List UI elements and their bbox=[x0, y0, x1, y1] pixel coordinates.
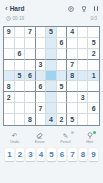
sudoku-cell-r5c7[interactable]: 8 bbox=[67, 71, 78, 82]
pencil-mode-badge bbox=[71, 131, 74, 134]
numpad-key-1[interactable]: 1 bbox=[5, 148, 14, 161]
sudoku-cell-r4c2[interactable] bbox=[15, 60, 26, 71]
sudoku-cell-r9c4[interactable] bbox=[36, 114, 47, 125]
sudoku-cell-r1c4[interactable] bbox=[36, 27, 47, 38]
sudoku-cell-r2c4[interactable] bbox=[36, 38, 47, 49]
sudoku-cell-r2c5[interactable] bbox=[46, 38, 57, 49]
sudoku-cell-r1c9[interactable] bbox=[88, 27, 99, 38]
sudoku-cell-r6c5[interactable] bbox=[46, 81, 57, 92]
pencil-label: Pencil bbox=[60, 140, 70, 144]
sudoku-cell-r7c9[interactable] bbox=[88, 92, 99, 103]
numpad-key-5[interactable]: 5 bbox=[47, 148, 56, 161]
sudoku-cell-r3c5[interactable] bbox=[46, 49, 57, 60]
sudoku-cell-r5c3[interactable]: 6 bbox=[25, 71, 36, 82]
sudoku-cell-r5c4[interactable] bbox=[36, 71, 47, 82]
sudoku-cell-r3c7[interactable] bbox=[67, 49, 78, 60]
erase-label: Erase bbox=[35, 140, 45, 144]
hint-button[interactable]: Hint bbox=[86, 132, 93, 144]
erase-button[interactable]: Erase bbox=[35, 132, 45, 144]
sudoku-cell-r4c4[interactable]: 3 bbox=[36, 60, 47, 71]
sudoku-app: ‹ Hard bbox=[0, 0, 103, 183]
sudoku-cell-r9c6[interactable]: 2 bbox=[57, 114, 68, 125]
sudoku-cell-r3c1[interactable] bbox=[4, 49, 15, 60]
sudoku-cell-r9c7[interactable]: 5 bbox=[67, 114, 78, 125]
sudoku-cell-r5c2[interactable]: 5 bbox=[15, 71, 26, 82]
sudoku-cell-r7c8[interactable]: 3 bbox=[78, 92, 89, 103]
sudoku-cell-r8c9[interactable]: 6 bbox=[88, 103, 99, 114]
sudoku-cell-r6c2[interactable] bbox=[15, 81, 26, 92]
pencil-icon: ✎ bbox=[63, 132, 68, 139]
difficulty-label: Hard bbox=[10, 5, 25, 12]
timer-value: 00:19 bbox=[13, 16, 25, 21]
sudoku-cell-r1c3[interactable]: 7 bbox=[25, 27, 36, 38]
sudoku-cell-r4c6[interactable] bbox=[57, 60, 68, 71]
sudoku-cell-r7c7[interactable] bbox=[67, 92, 78, 103]
numpad-key-3[interactable]: 3 bbox=[26, 148, 35, 161]
sudoku-cell-r5c8[interactable] bbox=[78, 71, 89, 82]
sudoku-cell-r6c1[interactable]: 8 bbox=[4, 81, 15, 92]
sudoku-cell-r3c3[interactable] bbox=[25, 49, 36, 60]
sudoku-cell-r9c9[interactable] bbox=[88, 114, 99, 125]
sudoku-cell-r6c4[interactable]: 6 bbox=[36, 81, 47, 92]
sudoku-cell-r2c3[interactable] bbox=[25, 38, 36, 49]
sudoku-board: 9754656237568186523768425 bbox=[3, 26, 100, 126]
sudoku-cell-r2c6[interactable]: 6 bbox=[57, 38, 68, 49]
sudoku-cell-r5c9[interactable]: 1 bbox=[88, 71, 99, 82]
undo-icon: ↶ bbox=[12, 132, 17, 139]
sudoku-cell-r5c5[interactable] bbox=[46, 71, 57, 82]
sudoku-cell-r4c1[interactable] bbox=[4, 60, 15, 71]
sudoku-cell-r7c1[interactable]: 2 bbox=[4, 92, 15, 103]
sudoku-cell-r1c2[interactable] bbox=[15, 27, 26, 38]
sudoku-cell-r8c4[interactable]: 7 bbox=[36, 103, 47, 114]
sudoku-cell-r2c1[interactable] bbox=[4, 38, 15, 49]
sudoku-cell-r8c6[interactable] bbox=[57, 103, 68, 114]
numpad-key-7[interactable]: 7 bbox=[68, 148, 77, 161]
numpad-key-4[interactable]: 4 bbox=[37, 148, 46, 161]
sudoku-cell-r8c3[interactable] bbox=[25, 103, 36, 114]
sudoku-cell-r9c5[interactable]: 4 bbox=[46, 114, 57, 125]
back-button[interactable]: ‹ bbox=[5, 5, 8, 13]
sudoku-cell-r1c1[interactable]: 9 bbox=[4, 27, 15, 38]
hint-label: Hint bbox=[86, 140, 93, 144]
status-bar: 00:19 0/3 bbox=[0, 15, 103, 22]
hint-count-badge bbox=[93, 131, 96, 134]
sudoku-cell-r1c6[interactable] bbox=[57, 27, 68, 38]
eraser-icon bbox=[36, 132, 43, 139]
numpad-key-8[interactable]: 8 bbox=[79, 148, 88, 161]
sudoku-cell-r9c1[interactable] bbox=[4, 114, 15, 125]
sudoku-cell-r2c9[interactable]: 5 bbox=[88, 38, 99, 49]
sudoku-cell-r7c2[interactable] bbox=[15, 92, 26, 103]
sudoku-cell-r3c8[interactable] bbox=[78, 49, 89, 60]
sudoku-cell-r2c7[interactable] bbox=[67, 38, 78, 49]
sudoku-cell-r7c3[interactable] bbox=[25, 92, 36, 103]
sudoku-cell-r7c4[interactable] bbox=[36, 92, 47, 103]
sudoku-cell-r3c9[interactable]: 2 bbox=[88, 49, 99, 60]
sudoku-cell-r8c8[interactable] bbox=[78, 103, 89, 114]
sudoku-cell-r4c9[interactable] bbox=[88, 60, 99, 71]
sudoku-cell-r3c2[interactable]: 6 bbox=[15, 49, 26, 60]
sudoku-cell-r5c1[interactable] bbox=[4, 71, 15, 82]
sudoku-cell-r6c6[interactable]: 5 bbox=[57, 81, 68, 92]
undo-label: Undo bbox=[10, 140, 19, 144]
toolbar: ↶ Undo Erase ✎ Pencil bbox=[0, 132, 103, 144]
sudoku-cell-r4c7[interactable]: 7 bbox=[67, 60, 78, 71]
numpad-key-2[interactable]: 2 bbox=[16, 148, 25, 161]
number-pad: 123456789 bbox=[0, 148, 103, 161]
sudoku-cell-r1c8[interactable] bbox=[78, 27, 89, 38]
sudoku-cell-r8c2[interactable] bbox=[15, 103, 26, 114]
sudoku-cell-r9c2[interactable] bbox=[15, 114, 26, 125]
sudoku-cell-r9c8[interactable] bbox=[78, 114, 89, 125]
header: ‹ Hard bbox=[0, 4, 103, 13]
sudoku-cell-r9c3[interactable]: 8 bbox=[25, 114, 36, 125]
sudoku-cell-r2c2[interactable] bbox=[15, 38, 26, 49]
sudoku-cell-r3c6[interactable] bbox=[57, 49, 68, 60]
sudoku-cell-r8c1[interactable] bbox=[4, 103, 15, 114]
sudoku-cell-r1c5[interactable]: 5 bbox=[46, 27, 57, 38]
numpad-key-9[interactable]: 9 bbox=[89, 148, 98, 161]
undo-button[interactable]: ↶ Undo bbox=[10, 132, 19, 144]
sudoku-cell-r5c6[interactable] bbox=[57, 71, 68, 82]
sudoku-cell-r1c7[interactable]: 4 bbox=[67, 27, 78, 38]
sudoku-cell-r6c9[interactable] bbox=[88, 81, 99, 92]
sudoku-cell-r7c6[interactable] bbox=[57, 92, 68, 103]
clock-icon bbox=[6, 16, 11, 22]
sudoku-cell-r3c4[interactable] bbox=[36, 49, 47, 60]
lightbulb-icon bbox=[87, 132, 93, 139]
sudoku-cell-r8c5[interactable] bbox=[46, 103, 57, 114]
sudoku-cell-r6c7[interactable] bbox=[67, 81, 78, 92]
trophy-icon[interactable] bbox=[81, 6, 87, 12]
sudoku-cell-r7c5[interactable] bbox=[46, 92, 57, 103]
pause-button[interactable] bbox=[94, 6, 98, 11]
sudoku-cell-r2c8[interactable] bbox=[78, 38, 89, 49]
sudoku-cell-r4c3[interactable] bbox=[25, 60, 36, 71]
mistakes-counter: 0/3 bbox=[91, 16, 97, 21]
sudoku-cell-r6c3[interactable] bbox=[25, 81, 36, 92]
theme-icon[interactable] bbox=[68, 6, 74, 12]
sudoku-cell-r4c8[interactable] bbox=[78, 60, 89, 71]
sudoku-cell-r6c8[interactable] bbox=[78, 81, 89, 92]
pencil-button[interactable]: ✎ Pencil bbox=[60, 132, 70, 144]
numpad-key-6[interactable]: 6 bbox=[58, 148, 67, 161]
sudoku-cell-r8c7[interactable] bbox=[67, 103, 78, 114]
sudoku-cell-r4c5[interactable] bbox=[46, 60, 57, 71]
